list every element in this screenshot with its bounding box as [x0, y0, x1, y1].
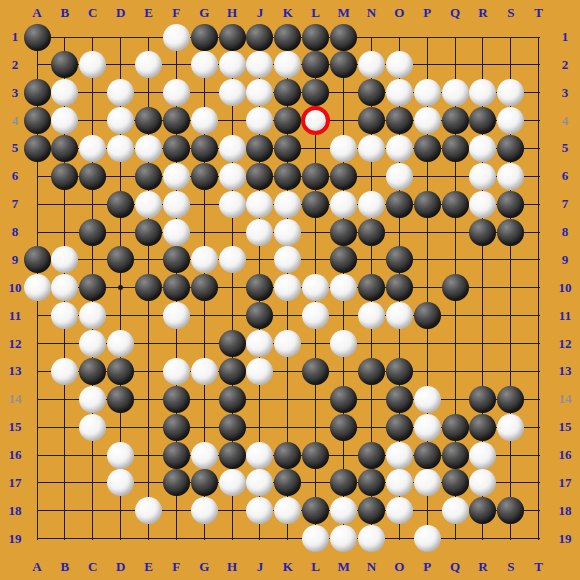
white-stone	[51, 358, 78, 385]
black-stone	[163, 442, 190, 469]
black-stone	[469, 386, 496, 413]
black-stone	[358, 79, 385, 106]
white-stone	[191, 497, 218, 524]
black-stone	[191, 135, 218, 162]
black-stone	[219, 414, 246, 441]
column-label-top: P	[414, 5, 440, 21]
white-stone	[246, 497, 273, 524]
black-stone	[358, 358, 385, 385]
white-stone	[330, 525, 357, 552]
black-stone	[107, 191, 134, 218]
white-stone	[79, 51, 106, 78]
column-label-bottom: Q	[442, 559, 468, 575]
white-stone	[107, 442, 134, 469]
white-stone	[51, 246, 78, 273]
row-label-left: 6	[2, 168, 28, 184]
white-stone	[107, 330, 134, 357]
black-stone	[497, 191, 524, 218]
white-stone	[246, 79, 273, 106]
white-stone	[79, 135, 106, 162]
white-stone	[469, 163, 496, 190]
white-stone	[79, 386, 106, 413]
black-stone	[79, 163, 106, 190]
black-stone	[386, 246, 413, 273]
white-stone	[386, 135, 413, 162]
white-stone	[163, 219, 190, 246]
black-stone	[246, 274, 273, 301]
white-stone	[219, 135, 246, 162]
white-stone	[135, 135, 162, 162]
black-stone	[79, 274, 106, 301]
white-stone	[107, 135, 134, 162]
black-stone	[191, 163, 218, 190]
black-stone	[79, 358, 106, 385]
white-stone	[497, 414, 524, 441]
column-label-top: N	[358, 5, 384, 21]
column-label-top: L	[303, 5, 329, 21]
column-label-top: O	[386, 5, 412, 21]
row-label-right: 15	[552, 419, 578, 435]
white-stone	[246, 442, 273, 469]
white-stone	[497, 107, 524, 134]
black-stone	[442, 135, 469, 162]
black-stone	[497, 386, 524, 413]
black-stone	[414, 442, 441, 469]
black-stone	[163, 469, 190, 496]
black-stone	[135, 163, 162, 190]
column-label-bottom: R	[470, 559, 496, 575]
column-label-bottom: A	[24, 559, 50, 575]
column-label-bottom: F	[163, 559, 189, 575]
column-label-bottom: C	[80, 559, 106, 575]
black-stone	[219, 358, 246, 385]
white-stone	[51, 107, 78, 134]
row-label-right: 17	[552, 475, 578, 491]
black-stone	[442, 107, 469, 134]
black-stone	[107, 386, 134, 413]
row-label-left: 17	[2, 475, 28, 491]
black-stone	[246, 163, 273, 190]
white-stone	[469, 469, 496, 496]
black-stone	[330, 219, 357, 246]
black-stone	[24, 246, 51, 273]
white-stone	[274, 274, 301, 301]
black-stone	[469, 107, 496, 134]
white-stone	[469, 135, 496, 162]
black-stone	[330, 386, 357, 413]
white-stone	[414, 79, 441, 106]
row-label-left: 12	[2, 336, 28, 352]
white-stone	[163, 79, 190, 106]
white-stone	[469, 191, 496, 218]
white-stone	[51, 274, 78, 301]
row-label-left: 15	[2, 419, 28, 435]
column-label-bottom: E	[135, 559, 161, 575]
column-label-bottom: T	[526, 559, 552, 575]
row-label-left: 8	[2, 224, 28, 240]
black-stone	[442, 191, 469, 218]
white-stone	[219, 51, 246, 78]
white-stone	[330, 330, 357, 357]
black-stone	[51, 163, 78, 190]
black-stone	[497, 135, 524, 162]
last-move-marker	[301, 106, 330, 135]
black-stone	[274, 469, 301, 496]
white-stone	[24, 274, 51, 301]
white-stone	[246, 219, 273, 246]
black-stone	[163, 107, 190, 134]
white-stone	[358, 51, 385, 78]
white-stone	[219, 163, 246, 190]
black-stone	[386, 358, 413, 385]
black-stone	[414, 302, 441, 329]
column-label-top: F	[163, 5, 189, 21]
black-stone	[163, 135, 190, 162]
row-label-right: 12	[552, 336, 578, 352]
white-stone	[414, 469, 441, 496]
white-stone	[246, 330, 273, 357]
white-stone	[386, 163, 413, 190]
black-stone	[219, 442, 246, 469]
black-stone	[330, 163, 357, 190]
column-label-top: G	[191, 5, 217, 21]
black-stone	[302, 497, 329, 524]
white-stone	[246, 358, 273, 385]
black-stone	[358, 219, 385, 246]
white-stone	[386, 79, 413, 106]
black-stone	[51, 51, 78, 78]
white-stone	[246, 191, 273, 218]
white-stone	[274, 219, 301, 246]
black-stone	[191, 274, 218, 301]
column-label-top: K	[275, 5, 301, 21]
black-stone	[330, 414, 357, 441]
column-label-bottom: K	[275, 559, 301, 575]
black-stone	[191, 24, 218, 51]
column-label-bottom: B	[52, 559, 78, 575]
white-stone	[497, 79, 524, 106]
black-stone	[386, 107, 413, 134]
black-stone	[302, 51, 329, 78]
black-stone	[469, 414, 496, 441]
black-stone	[469, 497, 496, 524]
column-label-top: T	[526, 5, 552, 21]
white-stone	[163, 24, 190, 51]
white-stone	[442, 79, 469, 106]
white-stone	[51, 79, 78, 106]
white-stone	[219, 469, 246, 496]
black-stone	[442, 442, 469, 469]
column-label-bottom: O	[386, 559, 412, 575]
black-stone	[107, 358, 134, 385]
black-stone	[24, 79, 51, 106]
column-label-top: H	[219, 5, 245, 21]
black-stone	[497, 219, 524, 246]
white-stone	[330, 497, 357, 524]
black-stone	[302, 24, 329, 51]
row-label-left: 16	[2, 447, 28, 463]
black-stone	[330, 469, 357, 496]
black-stone	[330, 51, 357, 78]
black-stone	[442, 469, 469, 496]
white-stone	[135, 51, 162, 78]
white-stone	[135, 497, 162, 524]
white-stone	[219, 191, 246, 218]
board-grid-line-h	[37, 315, 540, 316]
column-label-top: J	[247, 5, 273, 21]
white-stone	[107, 79, 134, 106]
black-stone	[107, 246, 134, 273]
black-stone	[219, 24, 246, 51]
white-stone	[386, 442, 413, 469]
white-stone	[246, 107, 273, 134]
black-stone	[274, 442, 301, 469]
black-stone	[330, 24, 357, 51]
white-stone	[469, 442, 496, 469]
row-label-right: 8	[552, 224, 578, 240]
row-label-left: 7	[2, 196, 28, 212]
column-label-bottom: D	[108, 559, 134, 575]
black-stone	[302, 163, 329, 190]
white-stone	[191, 246, 218, 273]
white-stone	[135, 191, 162, 218]
row-label-right: 14	[552, 391, 578, 407]
white-stone	[414, 107, 441, 134]
white-stone	[358, 135, 385, 162]
white-stone	[302, 302, 329, 329]
column-label-bottom: P	[414, 559, 440, 575]
black-stone	[24, 135, 51, 162]
black-stone	[497, 497, 524, 524]
black-stone	[442, 274, 469, 301]
black-stone	[135, 219, 162, 246]
row-label-left: 14	[2, 391, 28, 407]
white-stone	[386, 469, 413, 496]
column-label-bottom: G	[191, 559, 217, 575]
row-label-right: 6	[552, 168, 578, 184]
row-label-right: 19	[552, 531, 578, 547]
black-stone	[302, 79, 329, 106]
black-stone	[358, 107, 385, 134]
white-stone	[330, 135, 357, 162]
black-stone	[163, 246, 190, 273]
column-label-top: A	[24, 5, 50, 21]
black-stone	[219, 330, 246, 357]
white-stone	[107, 469, 134, 496]
black-stone	[163, 414, 190, 441]
column-label-top: B	[52, 5, 78, 21]
row-label-right: 9	[552, 252, 578, 268]
black-stone	[386, 274, 413, 301]
black-stone	[358, 469, 385, 496]
white-stone	[302, 274, 329, 301]
white-stone	[442, 497, 469, 524]
white-stone	[358, 525, 385, 552]
white-stone	[219, 246, 246, 273]
white-stone	[191, 442, 218, 469]
row-label-right: 10	[552, 280, 578, 296]
black-stone	[386, 386, 413, 413]
column-label-bottom: L	[303, 559, 329, 575]
black-stone	[302, 358, 329, 385]
black-stone	[302, 442, 329, 469]
row-label-right: 2	[552, 57, 578, 73]
black-stone	[246, 302, 273, 329]
white-stone	[274, 191, 301, 218]
white-stone	[497, 163, 524, 190]
black-stone	[358, 274, 385, 301]
white-stone	[386, 302, 413, 329]
column-label-top: E	[135, 5, 161, 21]
white-stone	[274, 51, 301, 78]
black-stone	[135, 274, 162, 301]
white-stone	[107, 107, 134, 134]
white-stone	[79, 302, 106, 329]
white-stone	[79, 330, 106, 357]
column-label-top: R	[470, 5, 496, 21]
black-stone	[302, 191, 329, 218]
black-stone	[24, 107, 51, 134]
black-stone	[246, 24, 273, 51]
row-label-right: 16	[552, 447, 578, 463]
row-label-right: 3	[552, 85, 578, 101]
black-stone	[51, 135, 78, 162]
row-label-right: 18	[552, 503, 578, 519]
black-stone	[274, 135, 301, 162]
black-stone	[386, 191, 413, 218]
column-label-bottom: N	[358, 559, 384, 575]
white-stone	[274, 330, 301, 357]
white-stone	[330, 191, 357, 218]
white-stone	[414, 525, 441, 552]
column-label-top: M	[331, 5, 357, 21]
column-label-bottom: S	[498, 559, 524, 575]
black-stone	[246, 135, 273, 162]
white-stone	[79, 414, 106, 441]
column-label-top: S	[498, 5, 524, 21]
white-stone	[246, 51, 273, 78]
board-grid-line-v	[538, 37, 539, 540]
column-label-bottom: H	[219, 559, 245, 575]
black-stone	[414, 191, 441, 218]
row-label-right: 13	[552, 363, 578, 379]
column-label-top: C	[80, 5, 106, 21]
board-grid-line-h	[37, 538, 540, 539]
black-stone	[358, 497, 385, 524]
go-board[interactable]: AABBCCDDEEFFGGHHJJKKLLMMNNOOPPQQRRSSTT11…	[0, 0, 580, 580]
column-label-bottom: M	[331, 559, 357, 575]
black-stone	[191, 469, 218, 496]
black-stone	[79, 219, 106, 246]
column-label-top: Q	[442, 5, 468, 21]
column-label-top: D	[108, 5, 134, 21]
black-stone	[135, 107, 162, 134]
black-stone	[386, 414, 413, 441]
row-label-left: 11	[2, 308, 28, 324]
white-stone	[469, 79, 496, 106]
black-stone	[442, 414, 469, 441]
black-stone	[358, 442, 385, 469]
row-label-left: 19	[2, 531, 28, 547]
white-stone	[330, 274, 357, 301]
column-label-bottom: J	[247, 559, 273, 575]
white-stone	[358, 302, 385, 329]
white-stone	[274, 497, 301, 524]
row-label-right: 11	[552, 308, 578, 324]
white-stone	[386, 51, 413, 78]
black-stone	[330, 246, 357, 273]
row-label-left: 18	[2, 503, 28, 519]
white-stone	[191, 107, 218, 134]
black-stone	[24, 24, 51, 51]
black-stone	[274, 163, 301, 190]
row-label-right: 4	[552, 113, 578, 129]
black-stone	[274, 24, 301, 51]
black-stone	[274, 107, 301, 134]
white-stone	[302, 525, 329, 552]
white-stone	[219, 79, 246, 106]
star-point	[118, 285, 123, 290]
white-stone	[191, 358, 218, 385]
white-stone	[163, 358, 190, 385]
white-stone	[51, 302, 78, 329]
white-stone	[414, 414, 441, 441]
row-label-right: 5	[552, 140, 578, 156]
row-label-left: 13	[2, 363, 28, 379]
row-label-right: 7	[552, 196, 578, 212]
white-stone	[163, 302, 190, 329]
black-stone	[219, 386, 246, 413]
black-stone	[274, 79, 301, 106]
row-label-left: 2	[2, 57, 28, 73]
white-stone	[414, 386, 441, 413]
black-stone	[163, 274, 190, 301]
black-stone	[163, 386, 190, 413]
white-stone	[386, 497, 413, 524]
white-stone	[358, 191, 385, 218]
white-stone	[246, 469, 273, 496]
white-stone	[163, 191, 190, 218]
white-stone	[163, 163, 190, 190]
white-stone	[274, 246, 301, 273]
row-label-right: 1	[552, 29, 578, 45]
white-stone	[191, 51, 218, 78]
black-stone	[469, 219, 496, 246]
black-stone	[414, 135, 441, 162]
